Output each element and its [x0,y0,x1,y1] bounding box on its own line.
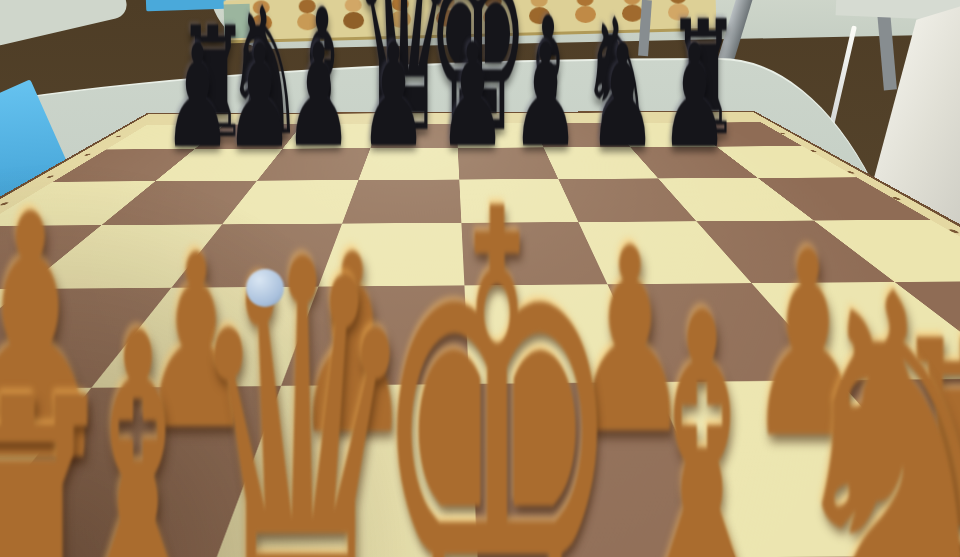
piece-white-king-e1[interactable]: ♚ [354,130,639,557]
scene-photo: ♜♞♝♛♚♝♞♜♟♟♟♟♟♟♟♟♟♟♟♟♟♜♝♝♞♛♚♜ [0,0,960,557]
piece-white-knight-g1[interactable]: ♞ [762,238,960,557]
pieces-layer: ♜♞♝♛♚♝♞♜♟♟♟♟♟♟♟♟♟♟♟♟♟♜♝♝♞♛♚♜ [0,0,960,557]
piece-black-pawn-h7[interactable]: ♟ [657,26,733,169]
white-queen-finial-ball [246,269,284,307]
piece-black-pawn-c7[interactable]: ♟ [281,25,357,168]
piece-white-rook-a1[interactable]: ♜ [0,347,141,557]
